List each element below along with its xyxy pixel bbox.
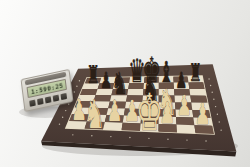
frame-dot-right-1	[208, 78, 209, 79]
frame-dot-near-6	[167, 139, 168, 140]
frame-dot-right-8	[220, 129, 221, 130]
piece-black-rook-a8: ♜	[87, 60, 100, 89]
piece-white-king-e1: ♚	[136, 82, 163, 141]
clock-left-time: 1:59	[31, 85, 48, 95]
piece-white-pawn-g3: ♟	[177, 90, 192, 122]
clock-button-1	[29, 99, 36, 106]
clock-button-5	[60, 93, 67, 100]
frame-dot-left-5	[68, 103, 69, 104]
square-h6	[189, 89, 206, 96]
clock-button-2	[37, 98, 44, 105]
piece-black-pawn-b7: ♟	[100, 67, 112, 92]
frame-dot-left-6	[65, 110, 66, 111]
frame-dot-near-8	[205, 140, 206, 141]
frame-dot-near-7	[186, 139, 187, 140]
product-photo-scene: ♜♛♚♝♜♟♟♞♞♞♟♟♟♟♟♟♞♚ 1:59 0:25	[0, 0, 250, 167]
frame-dot-right-4	[213, 99, 214, 100]
piece-black-pawn-g7: ♟	[175, 67, 187, 92]
frame-dot-left-7	[62, 117, 63, 118]
frame-dot-right-6	[217, 113, 218, 114]
frame-dot-left-2	[76, 86, 77, 87]
clock-button-3	[45, 96, 52, 103]
frame-dot-near-3	[110, 136, 111, 137]
frame-dot-near-1	[72, 134, 73, 135]
piece-white-pawn-h2: ♟	[195, 97, 211, 131]
frame-dot-right-2	[210, 85, 211, 86]
clock-right-time: 0:25	[47, 82, 64, 92]
clock-button-4	[53, 94, 60, 101]
frame-dot-left-8	[59, 123, 60, 124]
frame-dot-near-4	[129, 137, 130, 138]
piece-black-rook-h8: ♜	[189, 58, 202, 87]
frame-dot-right-5	[215, 106, 216, 107]
square-g1	[177, 125, 196, 134]
piece-white-knight-b1: ♞	[84, 91, 105, 137]
frame-dot-right-7	[219, 121, 220, 122]
frame-dot-right-3	[211, 92, 212, 93]
frame-dot-left-1	[79, 80, 80, 81]
piece-white-pawn-c2: ♟	[107, 94, 123, 128]
